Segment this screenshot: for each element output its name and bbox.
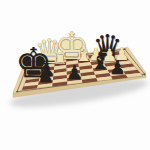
pinstripe-corner-dot xyxy=(28,61,30,63)
pinstripe-corner-dot xyxy=(144,74,146,76)
pinstripe-corner-dot xyxy=(124,48,126,50)
chessboard xyxy=(0,0,150,150)
chess-set-photo: ♛♚♜♝♟♛♟♟♚♟♝♟♟♟ xyxy=(0,0,150,150)
pinstripe-corner-dot xyxy=(16,91,18,93)
